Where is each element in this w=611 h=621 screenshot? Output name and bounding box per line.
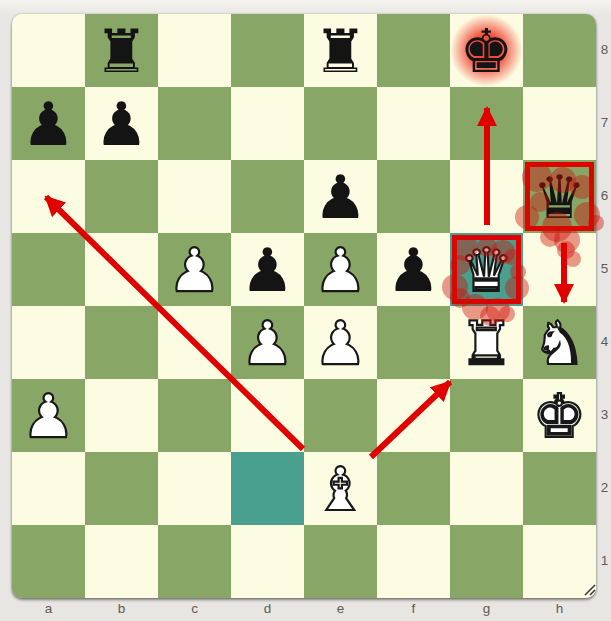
square-d6[interactable] — [231, 160, 304, 233]
rank-label-3: 3 — [598, 407, 611, 422]
rank-label-8: 8 — [598, 42, 611, 57]
file-label-g: g — [450, 601, 523, 616]
board-resize-handle[interactable] — [582, 582, 596, 596]
square-e2[interactable]: ♝ — [304, 452, 377, 525]
square-g5[interactable]: ♛ — [450, 233, 523, 306]
square-a6[interactable] — [12, 160, 85, 233]
piece-black-rook[interactable]: ♜ — [304, 14, 377, 87]
file-label-d: d — [231, 601, 304, 616]
piece-white-pawn[interactable]: ♟ — [12, 379, 85, 452]
square-h2[interactable] — [523, 452, 596, 525]
piece-white-queen[interactable]: ♛ — [450, 233, 523, 306]
square-a2[interactable] — [12, 452, 85, 525]
rank-label-2: 2 — [598, 480, 611, 495]
file-label-e: e — [304, 601, 377, 616]
piece-white-king[interactable]: ♚ — [523, 379, 596, 452]
square-e4[interactable]: ♟ — [304, 306, 377, 379]
piece-black-pawn[interactable]: ♟ — [231, 233, 304, 306]
square-c6[interactable] — [158, 160, 231, 233]
square-h8[interactable] — [523, 14, 596, 87]
piece-white-pawn[interactable]: ♟ — [304, 306, 377, 379]
square-g7[interactable] — [450, 87, 523, 160]
piece-white-pawn[interactable]: ♟ — [304, 233, 377, 306]
square-a1[interactable] — [12, 525, 85, 598]
square-a3[interactable]: ♟ — [12, 379, 85, 452]
square-h7[interactable] — [523, 87, 596, 160]
square-g1[interactable] — [450, 525, 523, 598]
square-g8[interactable]: ♚ — [450, 14, 523, 87]
square-h3[interactable]: ♚ — [523, 379, 596, 452]
square-c8[interactable] — [158, 14, 231, 87]
square-d5[interactable]: ♟ — [231, 233, 304, 306]
square-d4[interactable]: ♟ — [231, 306, 304, 379]
file-label-b: b — [85, 601, 158, 616]
file-label-h: h — [523, 601, 596, 616]
square-d7[interactable] — [231, 87, 304, 160]
rank-label-7: 7 — [598, 115, 611, 130]
square-b5[interactable] — [85, 233, 158, 306]
square-g4[interactable]: ♜ — [450, 306, 523, 379]
rank-label-4: 4 — [598, 334, 611, 349]
square-d8[interactable] — [231, 14, 304, 87]
square-b8[interactable]: ♜ — [85, 14, 158, 87]
square-c4[interactable] — [158, 306, 231, 379]
piece-black-pawn[interactable]: ♟ — [12, 87, 85, 160]
square-f4[interactable] — [377, 306, 450, 379]
piece-black-pawn[interactable]: ♟ — [85, 87, 158, 160]
piece-black-pawn[interactable]: ♟ — [377, 233, 450, 306]
piece-black-king[interactable]: ♚ — [450, 14, 523, 87]
square-c2[interactable] — [158, 452, 231, 525]
square-c5[interactable]: ♟ — [158, 233, 231, 306]
piece-white-pawn[interactable]: ♟ — [231, 306, 304, 379]
square-e1[interactable] — [304, 525, 377, 598]
file-label-a: a — [12, 601, 85, 616]
square-h5[interactable] — [523, 233, 596, 306]
square-d1[interactable] — [231, 525, 304, 598]
piece-black-pawn[interactable]: ♟ — [304, 160, 377, 233]
square-a4[interactable] — [12, 306, 85, 379]
piece-white-pawn[interactable]: ♟ — [158, 233, 231, 306]
square-b2[interactable] — [85, 452, 158, 525]
square-h4[interactable]: ♞ — [523, 306, 596, 379]
square-a5[interactable] — [12, 233, 85, 306]
square-d2[interactable] — [231, 452, 304, 525]
square-e3[interactable] — [304, 379, 377, 452]
page-root: { "game": "chess", "position": { "fen": … — [0, 0, 611, 621]
square-g6[interactable] — [450, 160, 523, 233]
rank-label-6: 6 — [598, 188, 611, 203]
square-e7[interactable] — [304, 87, 377, 160]
square-b3[interactable] — [85, 379, 158, 452]
chess-board: ♜♜♚♟♟♟♛♟♟♟♟♛♟♟♜♞♟♚♝ — [12, 14, 596, 598]
rank-label-1: 1 — [598, 553, 611, 568]
piece-white-knight[interactable]: ♞ — [523, 306, 596, 379]
square-f6[interactable] — [377, 160, 450, 233]
square-f2[interactable] — [377, 452, 450, 525]
square-f7[interactable] — [377, 87, 450, 160]
square-c3[interactable] — [158, 379, 231, 452]
square-f8[interactable] — [377, 14, 450, 87]
square-c1[interactable] — [158, 525, 231, 598]
square-g2[interactable] — [450, 452, 523, 525]
square-f5[interactable]: ♟ — [377, 233, 450, 306]
square-e5[interactable]: ♟ — [304, 233, 377, 306]
square-b6[interactable] — [85, 160, 158, 233]
square-c7[interactable] — [158, 87, 231, 160]
square-e8[interactable]: ♜ — [304, 14, 377, 87]
square-a8[interactable] — [12, 14, 85, 87]
rank-label-5: 5 — [598, 261, 611, 276]
square-a7[interactable]: ♟ — [12, 87, 85, 160]
square-f1[interactable] — [377, 525, 450, 598]
piece-black-queen[interactable]: ♛ — [523, 160, 596, 233]
square-b4[interactable] — [85, 306, 158, 379]
file-label-c: c — [158, 601, 231, 616]
square-f3[interactable] — [377, 379, 450, 452]
piece-white-rook[interactable]: ♜ — [450, 306, 523, 379]
square-g3[interactable] — [450, 379, 523, 452]
piece-black-rook[interactable]: ♜ — [85, 14, 158, 87]
file-label-f: f — [377, 601, 450, 616]
square-b1[interactable] — [85, 525, 158, 598]
piece-white-bishop[interactable]: ♝ — [304, 452, 377, 525]
square-h6[interactable]: ♛ — [523, 160, 596, 233]
square-b7[interactable]: ♟ — [85, 87, 158, 160]
square-d3[interactable] — [231, 379, 304, 452]
square-e6[interactable]: ♟ — [304, 160, 377, 233]
